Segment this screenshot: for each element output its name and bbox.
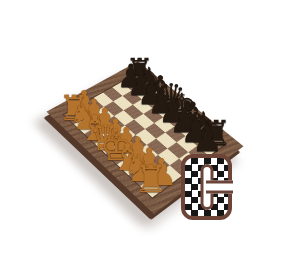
pieces-layer: ♜♞♝♛♚♝♞♜♟♟♟♟♟♟♟♟♟♟♟♟♟♟♟♟♜♞♝♛♚♝♞♜ xyxy=(0,0,292,261)
logo-c-opening xyxy=(206,181,233,194)
black-pawn[interactable]: ♟ xyxy=(190,122,225,157)
chess-set-product-photo: ♜♞♝♛♚♝♞♜♟♟♟♟♟♟♟♟♟♟♟♟♟♟♟♟♜♞♝♛♚♝♞♜ C xyxy=(0,0,292,261)
white-rook[interactable]: ♜ xyxy=(132,161,170,199)
brand-logo-letter-c: C xyxy=(181,154,232,220)
logo-letter: C xyxy=(185,158,186,159)
